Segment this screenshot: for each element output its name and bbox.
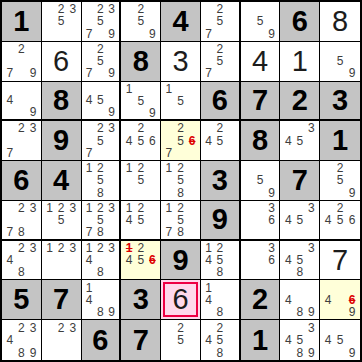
empty-mark-slot	[186, 187, 198, 199]
empty-mark-slot	[147, 3, 159, 15]
empty-mark-slot	[225, 135, 236, 147]
empty-mark-slot	[282, 266, 294, 278]
cell-r2c8[interactable]: 1	[280, 42, 320, 82]
candidate: 9	[306, 346, 318, 359]
cell-r2c9[interactable]: 59	[320, 42, 360, 82]
pencil-marks: 125	[121, 161, 160, 200]
cell-r6c7[interactable]: 36	[241, 201, 281, 241]
pencil-marks: 59	[241, 2, 280, 41]
cell-r2c1[interactable]: 279	[2, 42, 42, 82]
pencil-marks: 257	[201, 2, 239, 41]
empty-mark-slot	[175, 83, 187, 95]
empty-mark-slot	[186, 334, 198, 347]
cell-r8c2[interactable]: 7	[42, 280, 82, 320]
candidate: 4	[123, 135, 135, 147]
candidate: 3	[27, 202, 39, 214]
empty-mark-slot	[44, 334, 56, 347]
candidate: 5	[175, 135, 187, 147]
empty-mark-slot	[67, 226, 79, 238]
empty-mark-slot	[163, 174, 175, 186]
empty-mark-slot	[44, 266, 56, 278]
empty-mark-slot	[4, 321, 16, 334]
cell-r2c5[interactable]: 3	[161, 42, 201, 82]
cell-r3c2[interactable]: 8	[42, 82, 82, 122]
cell-r2c4[interactable]: 8	[121, 42, 161, 82]
empty-mark-slot	[225, 242, 236, 254]
cell-r1c7[interactable]: 59	[241, 2, 281, 42]
cell-r7c4[interactable]: 12456	[121, 241, 161, 281]
empty-mark-slot	[306, 135, 318, 147]
pencil-marks: 469	[320, 280, 360, 319]
cell-r9c4[interactable]: 7	[121, 320, 161, 360]
candidate: 8	[294, 346, 306, 359]
empty-mark-slot	[225, 346, 236, 359]
candidate: 5	[334, 214, 346, 226]
candidate: 9	[346, 346, 358, 359]
pencil-marks: 1489	[82, 280, 120, 319]
empty-mark-slot	[243, 3, 255, 15]
empty-mark-slot	[123, 174, 135, 186]
cell-r3c8[interactable]: 2	[280, 82, 320, 122]
empty-mark-slot	[4, 135, 16, 147]
empty-mark-slot	[225, 281, 236, 293]
candidate: 5	[294, 214, 306, 226]
cell-r7c7[interactable]: 36	[241, 241, 281, 281]
cell-r8c9[interactable]: 469	[320, 280, 360, 320]
empty-mark-slot	[135, 28, 147, 40]
cell-r6c9[interactable]: 2456	[320, 201, 360, 241]
cell-r4c4[interactable]: 2456	[121, 121, 161, 161]
cell-r7c8[interactable]: 3458	[280, 241, 320, 281]
cell-r3c3[interactable]: 459	[82, 82, 122, 122]
empty-mark-slot	[67, 254, 79, 266]
empty-mark-slot	[214, 281, 225, 293]
candidate: 2	[175, 321, 187, 334]
empty-mark-slot	[147, 202, 159, 214]
cell-r8c7[interactable]: 2	[241, 280, 281, 320]
cell-r6c8[interactable]: 345	[280, 201, 320, 241]
candidate: 4	[4, 334, 16, 347]
empty-mark-slot	[203, 147, 214, 159]
cell-r4c3[interactable]: 2357	[82, 121, 122, 161]
given-digit: 9	[53, 126, 69, 155]
solved-digit: 7	[332, 246, 348, 275]
cell-r6c5[interactable]: 12578	[161, 201, 201, 241]
empty-mark-slot	[163, 122, 175, 134]
empty-mark-slot	[322, 174, 334, 186]
cell-r4c2[interactable]: 9	[42, 121, 82, 161]
cell-r5c1[interactable]: 6	[2, 161, 42, 201]
candidate: 4	[322, 334, 334, 347]
candidate: 3	[306, 202, 318, 214]
empty-mark-slot	[334, 281, 346, 293]
cell-r1c4[interactable]: 259	[121, 2, 161, 42]
empty-mark-slot	[294, 281, 306, 293]
cell-r2c2[interactable]: 6	[42, 42, 82, 82]
empty-mark-slot	[123, 3, 135, 15]
cell-r1c6[interactable]: 257	[201, 2, 241, 42]
cell-r7c2[interactable]: 123	[42, 241, 82, 281]
empty-mark-slot	[123, 15, 135, 27]
cell-r7c1[interactable]: 2348	[2, 241, 42, 281]
cell-r5c8[interactable]: 7	[280, 161, 320, 201]
cell-r5c2[interactable]: 4	[42, 161, 82, 201]
empty-mark-slot	[4, 266, 16, 278]
cell-r4c1[interactable]: 237	[2, 121, 42, 161]
candidate: 4	[203, 254, 214, 266]
empty-mark-slot	[225, 122, 236, 134]
empty-mark-slot	[16, 147, 28, 159]
cell-r3c9[interactable]: 3	[320, 82, 360, 122]
empty-mark-slot	[203, 43, 214, 55]
empty-mark-slot	[27, 135, 39, 147]
cell-r6c4[interactable]: 1245	[121, 201, 161, 241]
candidate: 5	[175, 95, 187, 107]
empty-mark-slot	[135, 83, 147, 95]
empty-mark-slot	[95, 106, 106, 118]
cell-r9c2[interactable]: 23	[42, 320, 82, 360]
empty-mark-slot	[225, 334, 236, 347]
empty-mark-slot	[225, 55, 236, 67]
empty-mark-slot	[225, 266, 236, 278]
empty-mark-slot	[306, 266, 318, 278]
cell-r8c1[interactable]: 5	[2, 280, 42, 320]
cell-r8c6[interactable]: 148	[201, 280, 241, 320]
solved-digit: 4	[252, 47, 268, 76]
given-digit: 7	[53, 285, 69, 314]
empty-mark-slot	[225, 67, 236, 79]
empty-mark-slot	[106, 174, 117, 186]
empty-mark-slot	[106, 135, 117, 147]
cell-r9c8[interactable]: 34589	[280, 320, 320, 360]
candidate: 7	[84, 28, 95, 40]
cell-r8c4[interactable]: 3	[121, 280, 161, 320]
empty-mark-slot	[266, 3, 278, 15]
given-digit: 1	[332, 126, 348, 155]
empty-mark-slot	[266, 226, 278, 238]
cell-r9c5[interactable]: 25	[161, 320, 201, 360]
pencil-marks: 2378	[2, 201, 41, 239]
cell-r6c1[interactable]: 2378	[2, 201, 42, 241]
empty-mark-slot	[4, 106, 16, 118]
cell-r3c1[interactable]: 49	[2, 82, 42, 122]
empty-mark-slot	[322, 187, 334, 199]
pencil-marks: 12458	[201, 241, 239, 280]
candidate: 1	[203, 281, 214, 293]
cell-r5c5[interactable]: 1258	[161, 161, 201, 201]
pencil-marks: 12578	[161, 201, 200, 239]
empty-mark-slot	[322, 346, 334, 359]
cell-r1c9[interactable]: 8	[320, 2, 360, 42]
candidate: 3	[27, 242, 39, 254]
pencil-marks: 148	[201, 280, 239, 319]
candidate: 5	[95, 174, 106, 186]
pencil-marks: 23	[42, 320, 81, 360]
empty-mark-slot	[123, 95, 135, 107]
cell-r9c9[interactable]: 459	[320, 320, 360, 360]
candidate: 7	[4, 67, 16, 79]
pencil-marks: 1235	[42, 201, 81, 239]
empty-mark-slot	[214, 67, 225, 79]
given-digit: 5	[13, 285, 29, 314]
pencil-marks: 3458	[280, 241, 319, 280]
empty-mark-slot	[306, 281, 318, 293]
candidate: 3	[306, 321, 318, 334]
empty-mark-slot	[334, 346, 346, 359]
cell-r4c6[interactable]: 245	[201, 121, 241, 161]
empty-mark-slot	[214, 147, 225, 159]
cell-r6c6[interactable]: 9	[201, 201, 241, 241]
candidate: 4	[203, 334, 214, 347]
pencil-marks: 12456	[121, 241, 160, 280]
candidate: 7	[84, 226, 95, 238]
empty-mark-slot	[84, 106, 95, 118]
given-digit: 8	[133, 47, 149, 76]
empty-mark-slot	[346, 321, 358, 334]
empty-mark-slot	[225, 3, 236, 15]
pencil-marks: 2348	[2, 241, 41, 280]
empty-mark-slot	[106, 254, 117, 266]
empty-mark-slot	[84, 174, 95, 186]
cell-r1c3[interactable]: 23579	[82, 2, 122, 42]
candidate: 9	[346, 67, 358, 79]
empty-mark-slot	[243, 226, 255, 238]
cell-r8c3[interactable]: 1489	[82, 280, 122, 320]
empty-mark-slot	[147, 214, 159, 226]
empty-mark-slot	[225, 28, 236, 40]
candidate: 7	[163, 147, 175, 159]
cell-r4c5[interactable]: 2567	[161, 121, 201, 161]
cell-r5c9[interactable]: 259	[320, 161, 360, 201]
cell-r3c5[interactable]: 15	[161, 82, 201, 122]
candidate: 5	[55, 214, 67, 226]
cell-r9c3[interactable]: 6	[82, 320, 122, 360]
candidate: 2	[95, 242, 106, 254]
candidate: 8	[16, 226, 28, 238]
empty-mark-slot	[135, 226, 147, 238]
cell-r2c3[interactable]: 2579	[82, 42, 122, 82]
empty-mark-slot	[203, 321, 214, 334]
solved-digit: 8	[332, 7, 348, 36]
candidate: 1	[163, 202, 175, 214]
candidate: 4	[282, 294, 294, 306]
cell-r7c5[interactable]: 9	[161, 241, 201, 281]
empty-mark-slot	[322, 55, 334, 67]
empty-mark-slot	[203, 346, 214, 359]
empty-mark-slot	[84, 306, 95, 318]
candidate: 4	[84, 94, 95, 106]
pencil-marks: 279	[2, 42, 41, 81]
empty-mark-slot	[4, 122, 16, 134]
empty-mark-slot	[186, 321, 198, 334]
pencil-marks: 2579	[82, 42, 120, 81]
empty-mark-slot	[84, 15, 95, 27]
pencil-marks: 34589	[280, 320, 319, 360]
pencil-marks: 345	[280, 201, 319, 239]
candidate: 5	[135, 95, 147, 107]
candidate: 9	[106, 106, 117, 118]
empty-mark-slot	[254, 187, 266, 199]
empty-mark-slot	[147, 15, 159, 27]
cell-r6c3[interactable]: 123578	[82, 201, 122, 241]
empty-mark-slot	[203, 266, 214, 278]
candidate: 9	[266, 187, 278, 199]
empty-mark-slot	[175, 147, 187, 159]
pencil-marks: 2357	[82, 121, 120, 160]
cell-r8c5[interactable]: 6	[161, 280, 201, 320]
empty-mark-slot	[67, 346, 79, 359]
candidate: 3	[106, 242, 117, 254]
solved-digit: 6	[172, 285, 188, 314]
given-digit: 8	[252, 126, 268, 155]
empty-mark-slot	[334, 306, 346, 318]
cell-r5c6[interactable]: 3	[201, 161, 241, 201]
cell-r6c2[interactable]: 1235	[42, 201, 82, 241]
candidate: 7	[4, 147, 16, 159]
pencil-marks: 259	[121, 2, 160, 41]
empty-mark-slot	[27, 334, 39, 347]
empty-mark-slot	[67, 15, 79, 27]
cell-r1c2[interactable]: 235	[42, 2, 82, 42]
candidate: 5	[135, 174, 147, 186]
candidate: 3	[27, 122, 39, 134]
candidate: 9	[346, 306, 358, 318]
empty-mark-slot	[243, 28, 255, 40]
candidate: 5	[135, 254, 147, 266]
cell-r7c3[interactable]: 12348	[82, 241, 122, 281]
empty-mark-slot	[44, 3, 56, 15]
empty-mark-slot	[163, 321, 175, 334]
candidate: 1	[163, 162, 175, 174]
pencil-marks: 23579	[82, 2, 120, 41]
empty-mark-slot	[135, 147, 147, 159]
pencil-marks: 12348	[82, 241, 120, 280]
empty-mark-slot	[266, 162, 278, 174]
pencil-marks: 59	[241, 161, 280, 200]
cell-r4c8[interactable]: 345	[280, 121, 320, 161]
empty-mark-slot	[147, 187, 159, 199]
cell-r2c6[interactable]: 257	[201, 42, 241, 82]
candidate: 7	[163, 226, 175, 238]
empty-mark-slot	[266, 15, 278, 27]
candidate: 1	[123, 162, 135, 174]
candidate: 5	[334, 334, 346, 347]
candidate: 4	[203, 294, 214, 306]
candidate: 9	[147, 28, 159, 40]
candidate: 4	[84, 254, 95, 266]
candidate: 3	[306, 122, 318, 134]
candidate: 5	[135, 135, 147, 147]
cell-r1c1[interactable]: 1	[2, 2, 42, 42]
empty-mark-slot	[346, 174, 358, 186]
cell-r4c9[interactable]: 1	[320, 121, 360, 161]
empty-mark-slot	[306, 254, 318, 266]
pencil-marks: 123578	[82, 201, 120, 239]
cell-r3c7[interactable]: 7	[241, 82, 281, 122]
empty-mark-slot	[282, 306, 294, 318]
empty-mark-slot	[44, 15, 56, 27]
empty-mark-slot	[346, 281, 358, 293]
candidate: 8	[214, 266, 225, 278]
empty-mark-slot	[95, 28, 106, 40]
cell-r9c6[interactable]: 2458	[201, 320, 241, 360]
empty-mark-slot	[27, 214, 39, 226]
candidate: 1	[84, 281, 95, 293]
empty-mark-slot	[186, 226, 198, 238]
given-digit: 1	[13, 7, 29, 36]
empty-mark-slot	[243, 174, 255, 186]
cell-r2c7[interactable]: 4	[241, 42, 281, 82]
given-digit: 2	[292, 86, 308, 115]
solved-digit: 3	[172, 47, 188, 76]
cell-r5c4[interactable]: 125	[121, 161, 161, 201]
candidate: 1	[84, 202, 95, 214]
empty-mark-slot	[67, 28, 79, 40]
empty-mark-slot	[55, 28, 67, 40]
pencil-marks: 159	[121, 82, 160, 120]
empty-mark-slot	[243, 214, 255, 226]
empty-mark-slot	[84, 43, 95, 55]
candidate: 8	[294, 266, 306, 278]
empty-mark-slot	[147, 226, 159, 238]
cell-r7c9[interactable]: 7	[320, 241, 360, 281]
cell-r9c7[interactable]: 1	[241, 320, 281, 360]
cell-r4c7[interactable]: 8	[241, 121, 281, 161]
empty-mark-slot	[84, 122, 95, 134]
empty-mark-slot	[44, 346, 56, 359]
candidate: 2	[16, 242, 28, 254]
given-digit: 1	[252, 326, 268, 355]
empty-mark-slot	[322, 67, 334, 79]
cell-r3c6[interactable]: 6	[201, 82, 241, 122]
empty-mark-slot	[123, 226, 135, 238]
candidate: 1	[44, 202, 56, 214]
candidate: 5	[334, 55, 346, 67]
cell-r1c8[interactable]: 6	[280, 2, 320, 42]
candidate: 7	[203, 67, 214, 79]
empty-mark-slot	[294, 321, 306, 334]
empty-mark-slot	[27, 83, 39, 95]
empty-mark-slot	[106, 226, 117, 238]
candidate: 5	[135, 15, 147, 27]
empty-mark-slot	[55, 266, 67, 278]
empty-mark-slot	[123, 147, 135, 159]
empty-mark-slot	[106, 15, 117, 27]
candidate: 3	[106, 122, 117, 134]
empty-mark-slot	[67, 214, 79, 226]
empty-mark-slot	[135, 187, 147, 199]
candidate: 7	[84, 67, 95, 79]
cell-r5c7[interactable]: 59	[241, 161, 281, 201]
candidate: 9	[106, 306, 117, 318]
cell-r8c8[interactable]: 489	[280, 280, 320, 320]
empty-mark-slot	[322, 43, 334, 55]
empty-mark-slot	[44, 28, 56, 40]
cell-r5c3[interactable]: 1258	[82, 161, 122, 201]
empty-mark-slot	[4, 346, 16, 359]
empty-mark-slot	[106, 162, 117, 174]
cell-r7c6[interactable]: 12458	[201, 241, 241, 281]
candidate: 3	[306, 242, 318, 254]
candidate: 3	[67, 202, 79, 214]
cell-r3c4[interactable]: 159	[121, 82, 161, 122]
empty-mark-slot	[306, 214, 318, 226]
empty-mark-slot	[44, 226, 56, 238]
empty-mark-slot	[334, 187, 346, 199]
cell-r1c5[interactable]: 4	[161, 2, 201, 42]
empty-mark-slot	[322, 321, 334, 334]
cell-r9c1[interactable]: 23489	[2, 320, 42, 360]
